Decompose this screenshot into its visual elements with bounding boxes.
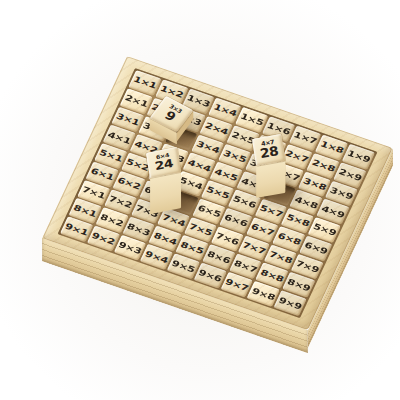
lifted-cube-6x4-side	[150, 172, 181, 214]
lifted-cube-4x7-answer-face: 4×7 28	[252, 134, 285, 166]
product-photo-stage: 1×11×21×31×41×51×61×71×81×92×12×22×32×42…	[0, 0, 400, 400]
lifted-cube-4x7-side	[256, 161, 285, 198]
lifted-cube-4x7-answer: 28	[259, 145, 279, 161]
lifted-cube-3x3-answer: 9	[162, 109, 178, 123]
lifted-cube-6x4-answer: 24	[154, 157, 174, 172]
